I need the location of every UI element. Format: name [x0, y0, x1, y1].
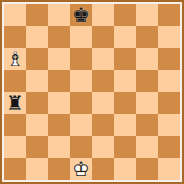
square-g1[interactable]: [136, 158, 158, 180]
black-rook-a4[interactable]: ♜: [4, 92, 26, 114]
square-e5[interactable]: [92, 70, 114, 92]
square-h3[interactable]: [158, 114, 180, 136]
square-d4[interactable]: [70, 92, 92, 114]
white-king-d1[interactable]: ♔: [70, 158, 92, 180]
chess-board-frame: ♚♝♗♜♚♔: [0, 0, 184, 184]
square-d5[interactable]: [70, 70, 92, 92]
square-c1[interactable]: [48, 158, 70, 180]
square-e7[interactable]: [92, 26, 114, 48]
square-a6[interactable]: ♝♗: [4, 48, 26, 70]
square-h5[interactable]: [158, 70, 180, 92]
square-b5[interactable]: [26, 70, 48, 92]
square-b7[interactable]: [26, 26, 48, 48]
square-g6[interactable]: [136, 48, 158, 70]
square-f7[interactable]: [114, 26, 136, 48]
square-b8[interactable]: [26, 4, 48, 26]
square-h6[interactable]: [158, 48, 180, 70]
square-f5[interactable]: [114, 70, 136, 92]
square-d6[interactable]: [70, 48, 92, 70]
square-c5[interactable]: [48, 70, 70, 92]
square-d7[interactable]: [70, 26, 92, 48]
square-g2[interactable]: [136, 136, 158, 158]
square-b4[interactable]: [26, 92, 48, 114]
square-f4[interactable]: [114, 92, 136, 114]
square-f2[interactable]: [114, 136, 136, 158]
square-a1[interactable]: [4, 158, 26, 180]
square-b6[interactable]: [26, 48, 48, 70]
square-c4[interactable]: [48, 92, 70, 114]
square-e3[interactable]: [92, 114, 114, 136]
square-e2[interactable]: [92, 136, 114, 158]
square-d8[interactable]: ♚: [70, 4, 92, 26]
square-h4[interactable]: [158, 92, 180, 114]
square-e4[interactable]: [92, 92, 114, 114]
square-e8[interactable]: [92, 4, 114, 26]
square-f3[interactable]: [114, 114, 136, 136]
white-bishop-a6[interactable]: ♗: [4, 48, 26, 70]
square-a4[interactable]: ♜: [4, 92, 26, 114]
square-a8[interactable]: [4, 4, 26, 26]
chess-board-inner-line: ♚♝♗♜♚♔: [2, 2, 182, 182]
square-c7[interactable]: [48, 26, 70, 48]
square-g3[interactable]: [136, 114, 158, 136]
square-c8[interactable]: [48, 4, 70, 26]
square-c6[interactable]: [48, 48, 70, 70]
square-d3[interactable]: [70, 114, 92, 136]
square-a7[interactable]: [4, 26, 26, 48]
square-e1[interactable]: [92, 158, 114, 180]
square-h8[interactable]: [158, 4, 180, 26]
square-a3[interactable]: [4, 114, 26, 136]
square-h1[interactable]: [158, 158, 180, 180]
square-g7[interactable]: [136, 26, 158, 48]
square-c2[interactable]: [48, 136, 70, 158]
black-king-d8[interactable]: ♚: [70, 4, 92, 26]
square-f8[interactable]: [114, 4, 136, 26]
square-e6[interactable]: [92, 48, 114, 70]
square-f1[interactable]: [114, 158, 136, 180]
square-d2[interactable]: [70, 136, 92, 158]
square-h2[interactable]: [158, 136, 180, 158]
square-b1[interactable]: [26, 158, 48, 180]
square-b2[interactable]: [26, 136, 48, 158]
square-g8[interactable]: [136, 4, 158, 26]
square-d1[interactable]: ♚♔: [70, 158, 92, 180]
square-g5[interactable]: [136, 70, 158, 92]
square-b3[interactable]: [26, 114, 48, 136]
square-h7[interactable]: [158, 26, 180, 48]
square-a2[interactable]: [4, 136, 26, 158]
square-g4[interactable]: [136, 92, 158, 114]
chess-board: ♚♝♗♜♚♔: [4, 4, 180, 180]
square-f6[interactable]: [114, 48, 136, 70]
square-a5[interactable]: [4, 70, 26, 92]
square-c3[interactable]: [48, 114, 70, 136]
